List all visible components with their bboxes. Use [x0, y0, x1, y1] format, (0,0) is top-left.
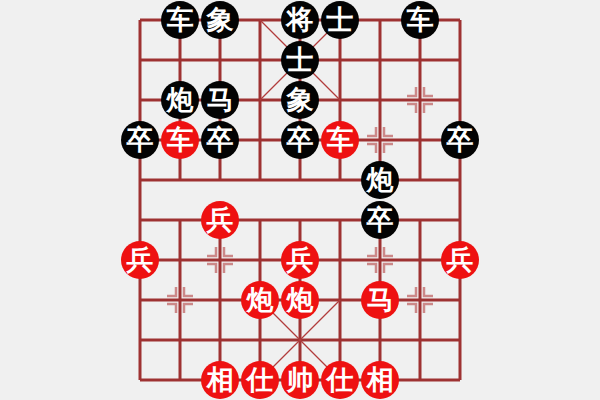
piece-red-pawn[interactable]: 兵 — [121, 241, 159, 279]
board-grid: 车象将士车士炮马象卒卒卒卒炮卒车车兵兵兵兵炮炮马相仕帅仕相 — [120, 0, 480, 400]
cannon-glyph: 炮 — [167, 86, 194, 113]
pawn-glyph: 卒 — [367, 206, 394, 233]
piece-black-pawn[interactable]: 卒 — [201, 121, 239, 159]
piece-red-horse[interactable]: 马 — [361, 281, 399, 319]
piece-black-advisor[interactable]: 士 — [321, 1, 359, 39]
piece-black-pawn[interactable]: 卒 — [361, 201, 399, 239]
piece-black-cannon[interactable]: 炮 — [161, 81, 199, 119]
piece-red-cannon[interactable]: 炮 — [241, 281, 279, 319]
piece-black-pawn[interactable]: 卒 — [121, 121, 159, 159]
pawn-glyph: 卒 — [287, 126, 314, 153]
elephant-glyph: 象 — [207, 6, 234, 33]
piece-black-king[interactable]: 将 — [281, 1, 319, 39]
piece-red-pawn[interactable]: 兵 — [441, 241, 479, 279]
piece-red-elephant[interactable]: 相 — [201, 361, 239, 399]
piece-red-cannon[interactable]: 炮 — [281, 281, 319, 319]
xiangqi-board: 车象将士车士炮马象卒卒卒卒炮卒车车兵兵兵兵炮炮马相仕帅仕相 — [0, 0, 600, 400]
elephant-glyph: 相 — [207, 366, 234, 393]
piece-red-chariot[interactable]: 车 — [321, 121, 359, 159]
pawn-glyph: 卒 — [127, 126, 154, 153]
piece-black-elephant[interactable]: 象 — [201, 1, 239, 39]
king-glyph: 帅 — [287, 366, 314, 393]
piece-black-horse[interactable]: 马 — [201, 81, 239, 119]
advisor-glyph: 仕 — [247, 366, 274, 393]
piece-black-chariot[interactable]: 车 — [161, 1, 199, 39]
pawn-glyph: 卒 — [207, 126, 234, 153]
pawn-glyph: 兵 — [207, 206, 234, 233]
cannon-glyph: 炮 — [247, 286, 274, 313]
pawn-glyph: 卒 — [447, 126, 474, 153]
piece-black-pawn[interactable]: 卒 — [441, 121, 479, 159]
chariot-glyph: 车 — [407, 6, 434, 33]
pawn-glyph: 兵 — [287, 246, 314, 273]
piece-black-chariot[interactable]: 车 — [401, 1, 439, 39]
piece-red-elephant[interactable]: 相 — [361, 361, 399, 399]
piece-red-pawn[interactable]: 兵 — [281, 241, 319, 279]
piece-red-king[interactable]: 帅 — [281, 361, 319, 399]
piece-red-advisor[interactable]: 仕 — [321, 361, 359, 399]
elephant-glyph: 象 — [287, 86, 314, 113]
advisor-glyph: 士 — [287, 46, 314, 73]
cannon-glyph: 炮 — [287, 286, 314, 313]
elephant-glyph: 相 — [367, 366, 394, 393]
chariot-glyph: 车 — [327, 126, 354, 153]
chariot-glyph: 车 — [167, 126, 194, 153]
horse-glyph: 马 — [207, 86, 234, 113]
horse-glyph: 马 — [367, 286, 394, 313]
pawn-glyph: 兵 — [447, 246, 474, 273]
cannon-glyph: 炮 — [367, 166, 394, 193]
piece-red-advisor[interactable]: 仕 — [241, 361, 279, 399]
piece-black-cannon[interactable]: 炮 — [361, 161, 399, 199]
piece-black-pawn[interactable]: 卒 — [281, 121, 319, 159]
advisor-glyph: 仕 — [327, 366, 354, 393]
piece-black-advisor[interactable]: 士 — [281, 41, 319, 79]
pawn-glyph: 兵 — [127, 246, 154, 273]
chariot-glyph: 车 — [167, 6, 194, 33]
advisor-glyph: 士 — [327, 6, 354, 33]
piece-red-chariot[interactable]: 车 — [161, 121, 199, 159]
piece-black-elephant[interactable]: 象 — [281, 81, 319, 119]
king-glyph: 将 — [287, 6, 314, 33]
piece-red-pawn[interactable]: 兵 — [201, 201, 239, 239]
